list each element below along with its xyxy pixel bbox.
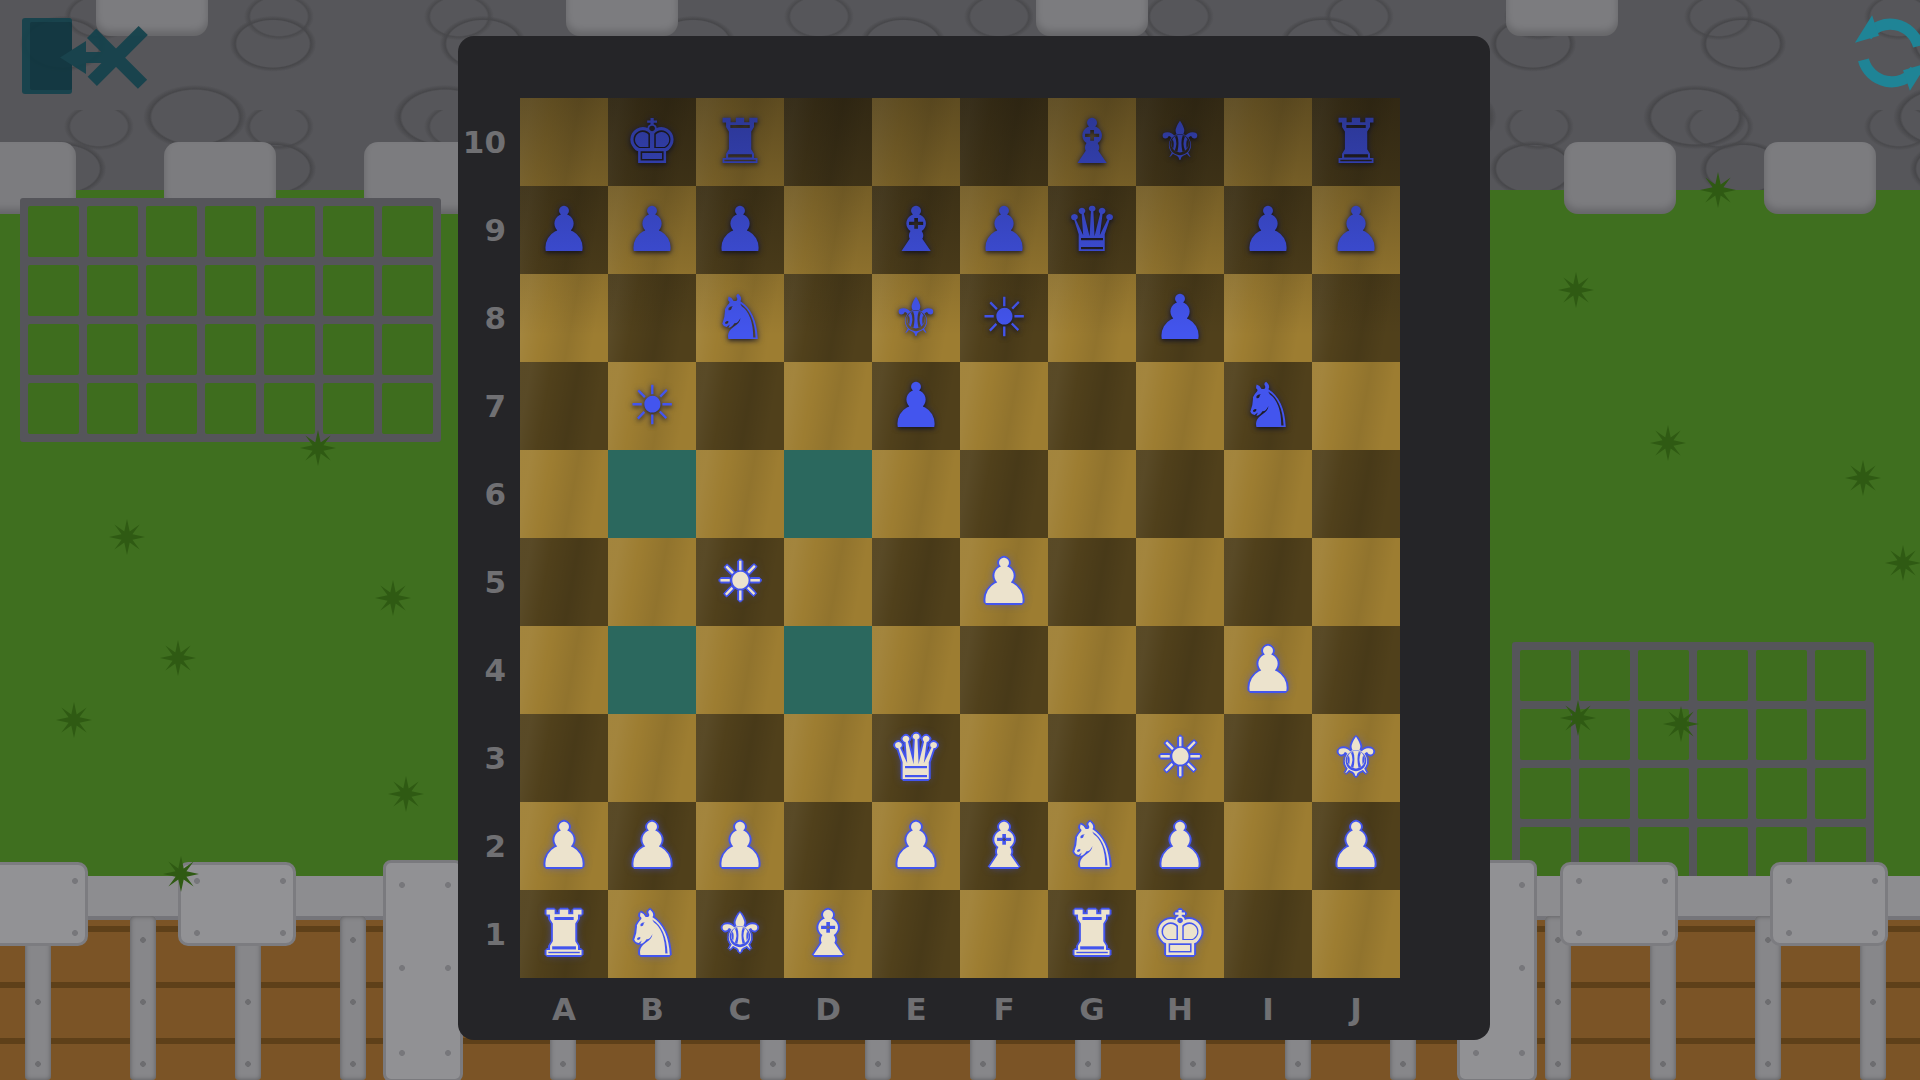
square-A2[interactable]: ♟	[520, 802, 608, 890]
lattice-cell	[1520, 650, 1571, 701]
square-A9[interactable]: ♟	[520, 186, 608, 274]
square-I7[interactable]: ♞	[1224, 362, 1312, 450]
square-H3[interactable]: ☀	[1136, 714, 1224, 802]
grass-tuft-decoration	[56, 702, 92, 738]
lattice-cell	[1638, 768, 1689, 819]
rank-label-9: 9	[464, 186, 514, 274]
square-H2[interactable]: ♟	[1136, 802, 1224, 890]
file-label-B: B	[608, 978, 696, 1040]
square-I3[interactable]	[1224, 714, 1312, 802]
blue-king-B10[interactable]: ♚	[624, 111, 680, 173]
fence-metal-column	[383, 860, 463, 1080]
lattice-cell	[1756, 768, 1807, 819]
fence-metal-strap	[340, 916, 366, 1080]
square-A5[interactable]	[520, 538, 608, 626]
square-E9[interactable]: ♝	[872, 186, 960, 274]
square-C2[interactable]: ♟	[696, 802, 784, 890]
white-bishop-F2[interactable]: ♝	[976, 815, 1032, 877]
lattice-cell	[382, 324, 433, 375]
lattice-cell	[264, 265, 315, 316]
lattice-cell	[205, 324, 256, 375]
wall-battlement-cap	[1764, 142, 1876, 214]
square-E6[interactable]	[872, 450, 960, 538]
lattice-cell	[205, 265, 256, 316]
lattice-cell	[323, 324, 374, 375]
square-I5[interactable]	[1224, 538, 1312, 626]
square-I9[interactable]: ♟	[1224, 186, 1312, 274]
square-C6[interactable]	[696, 450, 784, 538]
lattice-cell	[382, 206, 433, 257]
file-label-D: D	[784, 978, 872, 1040]
white-king-H1[interactable]: ♚	[1152, 903, 1208, 965]
wall-top-block	[1036, 0, 1148, 36]
lattice-cell	[264, 383, 315, 434]
chess-board[interactable]: ♚♜♝⚜♜♟♟♟♝♟♛♟♟♞⚜☀♟☀♟♞☀♟♟♛☀⚜♟♟♟♟♝♞♟♟♜♞⚜♝♜♚	[520, 98, 1400, 978]
white-pawn-F5[interactable]: ♟	[976, 551, 1032, 613]
white-pawn-E2[interactable]: ♟	[888, 815, 944, 877]
exit-door-x-icon	[16, 90, 148, 105]
wall-battlement-cap	[1564, 142, 1676, 214]
grass-tuft-decoration	[1650, 425, 1686, 461]
square-H9[interactable]	[1136, 186, 1224, 274]
white-pawn-C2[interactable]: ♟	[712, 815, 768, 877]
left-grass-lattice	[20, 198, 441, 442]
lattice-cell	[1697, 709, 1748, 760]
square-H1[interactable]: ♚	[1136, 890, 1224, 978]
square-G2[interactable]: ♞	[1048, 802, 1136, 890]
square-H8[interactable]: ♟	[1136, 274, 1224, 362]
square-B7[interactable]: ☀	[608, 362, 696, 450]
square-B5[interactable]	[608, 538, 696, 626]
square-F3[interactable]	[960, 714, 1048, 802]
square-B3[interactable]	[608, 714, 696, 802]
square-B10[interactable]: ♚	[608, 98, 696, 186]
blue-pawn-E7[interactable]: ♟	[888, 375, 944, 437]
fence-metal-strap	[130, 916, 156, 1080]
lattice-cell	[1579, 709, 1630, 760]
rank-label-6: 6	[464, 450, 514, 538]
square-C9[interactable]: ♟	[696, 186, 784, 274]
square-G7[interactable]	[1048, 362, 1136, 450]
square-J3[interactable]: ⚜	[1312, 714, 1400, 802]
blue-wizard-H10[interactable]: ⚜	[1156, 115, 1204, 169]
lattice-cell	[1697, 768, 1748, 819]
grass-tuft-decoration	[1885, 545, 1920, 581]
white-rook-A1[interactable]: ♜	[536, 903, 592, 965]
square-D4[interactable]	[784, 626, 872, 714]
lattice-cell	[1815, 709, 1866, 760]
blue-knight-I7[interactable]: ♞	[1240, 375, 1296, 437]
white-pawn-A2[interactable]: ♟	[536, 815, 592, 877]
lattice-cell	[87, 324, 138, 375]
square-E5[interactable]	[872, 538, 960, 626]
lattice-cell	[1756, 709, 1807, 760]
square-C3[interactable]	[696, 714, 784, 802]
file-labels: ABCDEFGHIJ	[520, 978, 1400, 1040]
lattice-cell	[323, 206, 374, 257]
rank-label-3: 3	[464, 714, 514, 802]
wall-top-block	[566, 0, 678, 36]
blue-knight-C8[interactable]: ♞	[712, 287, 768, 349]
square-F9[interactable]: ♟	[960, 186, 1048, 274]
square-B9[interactable]: ♟	[608, 186, 696, 274]
square-D9[interactable]	[784, 186, 872, 274]
square-C10[interactable]: ♜	[696, 98, 784, 186]
square-G6[interactable]	[1048, 450, 1136, 538]
white-bishop-D1[interactable]: ♝	[800, 903, 856, 965]
blue-pawn-B9[interactable]: ♟	[624, 199, 680, 261]
rank-label-1: 1	[464, 890, 514, 978]
lattice-cell	[1638, 709, 1689, 760]
square-I8[interactable]	[1224, 274, 1312, 362]
square-B4[interactable]	[608, 626, 696, 714]
square-G8[interactable]	[1048, 274, 1136, 362]
square-E1[interactable]	[872, 890, 960, 978]
square-I4[interactable]: ♟	[1224, 626, 1312, 714]
square-G10[interactable]: ♝	[1048, 98, 1136, 186]
file-label-A: A	[520, 978, 608, 1040]
grass-tuft-decoration	[160, 640, 196, 676]
game-window: { "game": "10x10 fantasy chess variant (…	[0, 0, 1920, 1080]
blue-pawn-J9[interactable]: ♟	[1328, 199, 1384, 261]
white-wizard-C1[interactable]: ⚜	[716, 907, 764, 961]
lattice-cell	[28, 383, 79, 434]
square-G3[interactable]	[1048, 714, 1136, 802]
white-pawn-J2[interactable]: ♟	[1328, 815, 1384, 877]
rank-label-5: 5	[464, 538, 514, 626]
square-J6[interactable]	[1312, 450, 1400, 538]
square-C5[interactable]: ☀	[696, 538, 784, 626]
lattice-cell	[146, 324, 197, 375]
square-G9[interactable]: ♛	[1048, 186, 1136, 274]
exit-button[interactable]	[16, 12, 148, 102]
right-grass-lattice	[1512, 642, 1874, 886]
square-D2[interactable]	[784, 802, 872, 890]
square-H6[interactable]	[1136, 450, 1224, 538]
square-J10[interactable]: ♜	[1312, 98, 1400, 186]
square-J8[interactable]	[1312, 274, 1400, 362]
square-A7[interactable]	[520, 362, 608, 450]
square-D6[interactable]	[784, 450, 872, 538]
grass-tuft-decoration	[388, 776, 424, 812]
square-F10[interactable]	[960, 98, 1048, 186]
square-F1[interactable]	[960, 890, 1048, 978]
square-E2[interactable]: ♟	[872, 802, 960, 890]
square-A8[interactable]	[520, 274, 608, 362]
lattice-cell	[28, 265, 79, 316]
refresh-arrows-icon	[1848, 84, 1920, 99]
square-E10[interactable]	[872, 98, 960, 186]
square-I2[interactable]	[1224, 802, 1312, 890]
square-I1[interactable]	[1224, 890, 1312, 978]
lattice-cell	[87, 265, 138, 316]
restart-button[interactable]	[1848, 10, 1920, 96]
file-label-J: J	[1312, 978, 1400, 1040]
square-J7[interactable]	[1312, 362, 1400, 450]
grass-tuft-decoration	[1845, 460, 1881, 496]
lattice-cell	[1697, 827, 1748, 878]
lattice-cell	[87, 206, 138, 257]
square-J5[interactable]	[1312, 538, 1400, 626]
rank-label-2: 2	[464, 802, 514, 890]
lattice-cell	[146, 265, 197, 316]
square-J1[interactable]	[1312, 890, 1400, 978]
file-label-H: H	[1136, 978, 1224, 1040]
square-E3[interactable]: ♛	[872, 714, 960, 802]
file-label-I: I	[1224, 978, 1312, 1040]
square-C8[interactable]: ♞	[696, 274, 784, 362]
square-B8[interactable]	[608, 274, 696, 362]
square-A3[interactable]	[520, 714, 608, 802]
lattice-cell	[1579, 650, 1630, 701]
file-label-G: G	[1048, 978, 1136, 1040]
fence-metal-plate	[1770, 862, 1888, 946]
lattice-cell	[28, 206, 79, 257]
lattice-cell	[1697, 650, 1748, 701]
square-A10[interactable]	[520, 98, 608, 186]
file-label-E: E	[872, 978, 960, 1040]
square-E7[interactable]: ♟	[872, 362, 960, 450]
square-A6[interactable]	[520, 450, 608, 538]
square-F5[interactable]: ♟	[960, 538, 1048, 626]
square-F4[interactable]	[960, 626, 1048, 714]
file-label-C: C	[696, 978, 784, 1040]
white-queen-E3[interactable]: ♛	[888, 727, 944, 789]
white-champion-H3[interactable]: ☀	[1156, 731, 1204, 785]
white-champion-C5[interactable]: ☀	[716, 555, 764, 609]
square-H5[interactable]	[1136, 538, 1224, 626]
square-B1[interactable]: ♞	[608, 890, 696, 978]
wall-top-block	[1506, 0, 1618, 36]
lattice-cell	[1520, 768, 1571, 819]
lattice-cell	[323, 383, 374, 434]
blue-bishop-E9[interactable]: ♝	[888, 199, 944, 261]
lattice-cell	[146, 206, 197, 257]
square-I10[interactable]	[1224, 98, 1312, 186]
fence-metal-plate	[0, 862, 88, 946]
grass-tuft-decoration	[1558, 272, 1594, 308]
white-wizard-J3[interactable]: ⚜	[1332, 731, 1380, 785]
square-D5[interactable]	[784, 538, 872, 626]
lattice-cell	[205, 206, 256, 257]
blue-champion-F8[interactable]: ☀	[980, 291, 1028, 345]
blue-pawn-A9[interactable]: ♟	[536, 199, 592, 261]
square-F2[interactable]: ♝	[960, 802, 1048, 890]
lattice-cell	[87, 383, 138, 434]
square-G4[interactable]	[1048, 626, 1136, 714]
square-D8[interactable]	[784, 274, 872, 362]
square-H10[interactable]: ⚜	[1136, 98, 1224, 186]
blue-queen-G9[interactable]: ♛	[1064, 199, 1120, 261]
blue-bishop-G10[interactable]: ♝	[1064, 111, 1120, 173]
square-A1[interactable]: ♜	[520, 890, 608, 978]
square-D7[interactable]	[784, 362, 872, 450]
lattice-cell	[382, 383, 433, 434]
square-B6[interactable]	[608, 450, 696, 538]
square-B2[interactable]: ♟	[608, 802, 696, 890]
square-D3[interactable]	[784, 714, 872, 802]
lattice-cell	[264, 206, 315, 257]
square-E8[interactable]: ⚜	[872, 274, 960, 362]
lattice-cell	[1815, 768, 1866, 819]
fence-metal-plate	[1560, 862, 1678, 946]
square-J2[interactable]: ♟	[1312, 802, 1400, 890]
square-F7[interactable]	[960, 362, 1048, 450]
blue-rook-C10[interactable]: ♜	[712, 111, 768, 173]
square-F8[interactable]: ☀	[960, 274, 1048, 362]
square-G5[interactable]	[1048, 538, 1136, 626]
blue-pawn-I9[interactable]: ♟	[1240, 199, 1296, 261]
board-frame: 10987654321 ♚♜♝⚜♜♟♟♟♝♟♛♟♟♞⚜☀♟☀♟♞☀♟♟♛☀⚜♟♟…	[458, 36, 1490, 1040]
lattice-cell	[28, 324, 79, 375]
white-rook-G1[interactable]: ♜	[1064, 903, 1120, 965]
rank-label-10: 10	[464, 98, 514, 186]
rank-label-8: 8	[464, 274, 514, 362]
square-H7[interactable]	[1136, 362, 1224, 450]
lattice-cell	[264, 324, 315, 375]
rank-labels: 10987654321	[464, 98, 514, 978]
square-H4[interactable]	[1136, 626, 1224, 714]
lattice-cell	[1815, 650, 1866, 701]
blue-rook-J10[interactable]: ♜	[1328, 111, 1384, 173]
white-knight-G2[interactable]: ♞	[1064, 815, 1120, 877]
square-E4[interactable]	[872, 626, 960, 714]
file-label-F: F	[960, 978, 1048, 1040]
square-D10[interactable]	[784, 98, 872, 186]
lattice-cell	[323, 265, 374, 316]
white-pawn-H2[interactable]: ♟	[1152, 815, 1208, 877]
square-J4[interactable]	[1312, 626, 1400, 714]
square-F6[interactable]	[960, 450, 1048, 538]
lattice-cell	[1756, 650, 1807, 701]
square-C1[interactable]: ⚜	[696, 890, 784, 978]
blue-pawn-H8[interactable]: ♟	[1152, 287, 1208, 349]
square-I6[interactable]	[1224, 450, 1312, 538]
blue-wizard-E8[interactable]: ⚜	[892, 291, 940, 345]
square-A4[interactable]	[520, 626, 608, 714]
lattice-cell	[205, 383, 256, 434]
square-C4[interactable]	[696, 626, 784, 714]
square-J9[interactable]: ♟	[1312, 186, 1400, 274]
blue-pawn-F9[interactable]: ♟	[976, 199, 1032, 261]
lattice-cell	[146, 383, 197, 434]
square-D1[interactable]: ♝	[784, 890, 872, 978]
fence-metal-plate	[178, 862, 296, 946]
grass-tuft-decoration	[375, 580, 411, 616]
rank-label-4: 4	[464, 626, 514, 714]
rank-label-7: 7	[464, 362, 514, 450]
lattice-cell	[1638, 650, 1689, 701]
white-knight-B1[interactable]: ♞	[624, 903, 680, 965]
lattice-cell	[382, 265, 433, 316]
lattice-cell	[1579, 768, 1630, 819]
white-pawn-I4[interactable]: ♟	[1240, 639, 1296, 701]
blue-pawn-C9[interactable]: ♟	[712, 199, 768, 261]
square-G1[interactable]: ♜	[1048, 890, 1136, 978]
square-C7[interactable]	[696, 362, 784, 450]
lattice-cell	[1520, 709, 1571, 760]
grass-tuft-decoration	[109, 519, 145, 555]
white-pawn-B2[interactable]: ♟	[624, 815, 680, 877]
blue-champion-B7[interactable]: ☀	[628, 379, 676, 433]
